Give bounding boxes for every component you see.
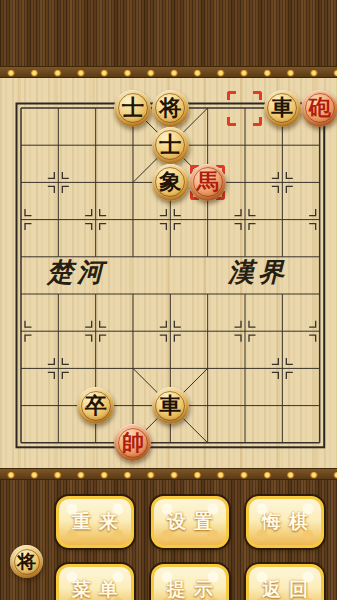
piece-black-将-4-0[interactable]: 将: [152, 90, 189, 127]
menu-button-grid: 重来 设置 悔棋 菜单 提示 返回: [56, 496, 324, 600]
hint-button[interactable]: 提示: [151, 564, 229, 600]
piece-black-卒-2-8[interactable]: 卒: [77, 387, 114, 424]
settings-button[interactable]: 设置: [151, 496, 229, 548]
stud-strip-top: [0, 66, 337, 78]
river-label-left: 楚河: [35, 257, 119, 287]
undo-button[interactable]: 悔棋: [246, 496, 324, 548]
menu-button[interactable]: 菜单: [56, 564, 134, 600]
turn-indicator-piece: 将: [10, 545, 43, 578]
piece-red-砲-8-0[interactable]: 砲: [301, 90, 337, 127]
stud-strip-bottom: [0, 468, 337, 480]
piece-black-車-4-8[interactable]: 車: [152, 387, 189, 424]
piece-red-馬-5-2[interactable]: 馬: [189, 164, 226, 201]
river-label-right: 漢界: [216, 257, 300, 287]
piece-black-車-7-0[interactable]: 車: [264, 90, 301, 127]
restart-button[interactable]: 重来: [56, 496, 134, 548]
back-button[interactable]: 返回: [246, 564, 324, 600]
app-root: 楚河 漢界 士将車砲士象馬卒車帥 重来 设置 悔棋 菜单 提示 返回 将: [0, 0, 337, 600]
piece-black-士-4-1[interactable]: 士: [152, 127, 189, 164]
piece-black-士-3-0[interactable]: 士: [114, 90, 151, 127]
piece-black-象-4-2[interactable]: 象: [152, 164, 189, 201]
